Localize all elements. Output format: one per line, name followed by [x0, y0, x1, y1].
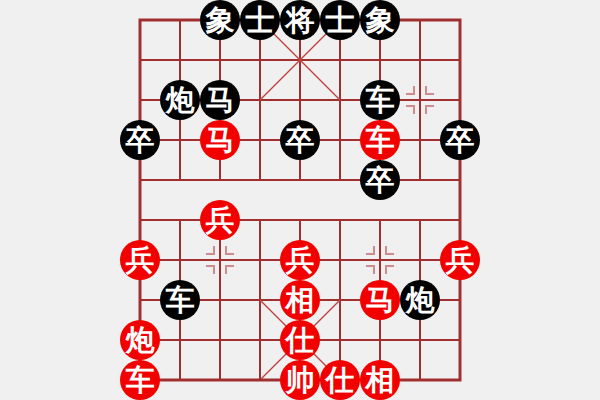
- piece-red-cannon[interactable]: 炮: [120, 320, 160, 360]
- piece-black-general[interactable]: 将: [280, 0, 320, 40]
- last-move-marker: [400, 80, 440, 120]
- piece-red-chariot[interactable]: 车: [120, 360, 160, 400]
- piece-black-chariot[interactable]: 车: [160, 280, 200, 320]
- board-grid[interactable]: 象士将士象炮马车卒马卒车卒卒兵兵兵兵车相马炮炮仕车帅仕相: [120, 0, 480, 400]
- piece-red-horse[interactable]: 马: [200, 120, 240, 160]
- piece-black-elephant[interactable]: 象: [360, 0, 400, 40]
- piece-black-advisor[interactable]: 士: [320, 0, 360, 40]
- piece-red-horse[interactable]: 马: [360, 280, 400, 320]
- piece-red-soldier[interactable]: 兵: [440, 240, 480, 280]
- piece-red-soldier[interactable]: 兵: [200, 200, 240, 240]
- piece-red-general[interactable]: 帅: [280, 360, 320, 400]
- piece-black-chariot[interactable]: 车: [360, 80, 400, 120]
- piece-red-advisor[interactable]: 仕: [320, 360, 360, 400]
- marker-corner-bracket: [425, 105, 434, 114]
- last-move-marker: [360, 240, 400, 280]
- marker-corner-bracket: [206, 246, 215, 255]
- piece-black-elephant[interactable]: 象: [200, 0, 240, 40]
- piece-red-chariot[interactable]: 车: [360, 120, 400, 160]
- marker-corner-bracket: [406, 105, 415, 114]
- piece-black-advisor[interactable]: 士: [240, 0, 280, 40]
- xiangqi-board: 象士将士象炮马车卒马卒车卒卒兵兵兵兵车相马炮炮仕车帅仕相: [0, 0, 600, 400]
- piece-red-soldier[interactable]: 兵: [120, 240, 160, 280]
- last-move-marker: [200, 240, 240, 280]
- marker-corner-bracket: [366, 246, 375, 255]
- piece-red-advisor[interactable]: 仕: [280, 320, 320, 360]
- marker-corner-bracket: [425, 86, 434, 95]
- piece-black-soldier[interactable]: 卒: [440, 120, 480, 160]
- piece-red-elephant[interactable]: 相: [360, 360, 400, 400]
- piece-black-cannon[interactable]: 炮: [400, 280, 440, 320]
- piece-red-elephant[interactable]: 相: [280, 280, 320, 320]
- piece-black-horse[interactable]: 马: [200, 80, 240, 120]
- marker-corner-bracket: [385, 265, 394, 274]
- marker-corner-bracket: [206, 265, 215, 274]
- piece-black-soldier[interactable]: 卒: [280, 120, 320, 160]
- piece-black-soldier[interactable]: 卒: [120, 120, 160, 160]
- piece-black-soldier[interactable]: 卒: [360, 160, 400, 200]
- piece-black-cannon[interactable]: 炮: [160, 80, 200, 120]
- piece-red-soldier[interactable]: 兵: [280, 240, 320, 280]
- marker-corner-bracket: [406, 86, 415, 95]
- marker-corner-bracket: [225, 246, 234, 255]
- marker-corner-bracket: [225, 265, 234, 274]
- marker-corner-bracket: [385, 246, 394, 255]
- marker-corner-bracket: [366, 265, 375, 274]
